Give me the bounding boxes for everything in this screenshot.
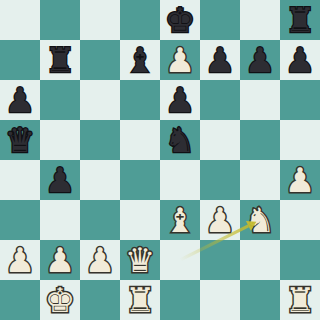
square-h8[interactable]: ♜♜ <box>280 0 320 40</box>
white-knight-glyph: ♞ <box>240 200 280 240</box>
black-knight[interactable]: ♞♞ <box>160 120 200 160</box>
square-e4[interactable] <box>160 160 200 200</box>
black-pawn-glyph: ♟ <box>240 40 280 80</box>
white-rook[interactable]: ♜♜ <box>280 280 320 320</box>
black-pawn[interactable]: ♟♟ <box>240 40 280 80</box>
square-e1[interactable] <box>160 280 200 320</box>
white-pawn[interactable]: ♟♟ <box>40 240 80 280</box>
square-e5[interactable]: ♞♞ <box>160 120 200 160</box>
square-h5[interactable] <box>280 120 320 160</box>
white-pawn-glyph: ♟ <box>200 200 240 240</box>
black-rook-glyph: ♜ <box>40 40 80 80</box>
square-c6[interactable] <box>80 80 120 120</box>
square-f3[interactable]: ♟♟ <box>200 200 240 240</box>
square-h1[interactable]: ♜♜ <box>280 280 320 320</box>
white-king[interactable]: ♚♚ <box>40 280 80 320</box>
black-queen[interactable]: ♛♛ <box>0 120 40 160</box>
square-h7[interactable]: ♟♟ <box>280 40 320 80</box>
black-pawn-glyph: ♟ <box>160 80 200 120</box>
white-pawn-glyph: ♟ <box>280 160 320 200</box>
chess-board: ♚♚♜♜♜♜♝♝♟♟♟♟♟♟♟♟♟♟♟♟♛♛♞♞♟♟♟♟♝♝♟♟♞♞♟♟♟♟♟♟… <box>0 0 320 320</box>
white-pawn[interactable]: ♟♟ <box>80 240 120 280</box>
white-pawn-glyph: ♟ <box>40 240 80 280</box>
black-pawn[interactable]: ♟♟ <box>280 40 320 80</box>
square-b6[interactable] <box>40 80 80 120</box>
square-d4[interactable] <box>120 160 160 200</box>
square-h6[interactable] <box>280 80 320 120</box>
square-f2[interactable] <box>200 240 240 280</box>
square-a1[interactable] <box>0 280 40 320</box>
white-pawn-glyph: ♟ <box>80 240 120 280</box>
square-a3[interactable] <box>0 200 40 240</box>
square-f5[interactable] <box>200 120 240 160</box>
square-g5[interactable] <box>240 120 280 160</box>
square-f7[interactable]: ♟♟ <box>200 40 240 80</box>
black-king-glyph: ♚ <box>160 0 200 40</box>
square-h2[interactable] <box>280 240 320 280</box>
white-pawn[interactable]: ♟♟ <box>0 240 40 280</box>
black-knight-glyph: ♞ <box>160 120 200 160</box>
square-c2[interactable]: ♟♟ <box>80 240 120 280</box>
square-b7[interactable]: ♜♜ <box>40 40 80 80</box>
square-a5[interactable]: ♛♛ <box>0 120 40 160</box>
black-pawn[interactable]: ♟♟ <box>200 40 240 80</box>
white-knight[interactable]: ♞♞ <box>240 200 280 240</box>
square-a8[interactable] <box>0 0 40 40</box>
black-pawn[interactable]: ♟♟ <box>160 80 200 120</box>
white-bishop[interactable]: ♝♝ <box>160 200 200 240</box>
white-queen[interactable]: ♛♛ <box>120 240 160 280</box>
white-queen-glyph: ♛ <box>120 240 160 280</box>
black-rook[interactable]: ♜♜ <box>280 0 320 40</box>
white-pawn[interactable]: ♟♟ <box>280 160 320 200</box>
square-g6[interactable] <box>240 80 280 120</box>
square-c4[interactable] <box>80 160 120 200</box>
square-c8[interactable] <box>80 0 120 40</box>
white-pawn-glyph: ♟ <box>160 40 200 80</box>
square-b5[interactable] <box>40 120 80 160</box>
square-e7[interactable]: ♟♟ <box>160 40 200 80</box>
white-pawn[interactable]: ♟♟ <box>200 200 240 240</box>
white-rook-glyph: ♜ <box>280 280 320 320</box>
square-f6[interactable] <box>200 80 240 120</box>
board-grid: ♚♚♜♜♜♜♝♝♟♟♟♟♟♟♟♟♟♟♟♟♛♛♞♞♟♟♟♟♝♝♟♟♞♞♟♟♟♟♟♟… <box>0 0 320 320</box>
square-f4[interactable] <box>200 160 240 200</box>
black-king[interactable]: ♚♚ <box>160 0 200 40</box>
square-c1[interactable] <box>80 280 120 320</box>
square-e2[interactable] <box>160 240 200 280</box>
black-rook[interactable]: ♜♜ <box>40 40 80 80</box>
square-d6[interactable] <box>120 80 160 120</box>
square-e8[interactable]: ♚♚ <box>160 0 200 40</box>
black-pawn-glyph: ♟ <box>200 40 240 80</box>
black-pawn-glyph: ♟ <box>40 160 80 200</box>
square-b2[interactable]: ♟♟ <box>40 240 80 280</box>
white-rook[interactable]: ♜♜ <box>120 280 160 320</box>
square-d3[interactable] <box>120 200 160 240</box>
black-pawn[interactable]: ♟♟ <box>0 80 40 120</box>
square-a7[interactable] <box>0 40 40 80</box>
square-d2[interactable]: ♛♛ <box>120 240 160 280</box>
square-e3[interactable]: ♝♝ <box>160 200 200 240</box>
white-rook-glyph: ♜ <box>120 280 160 320</box>
square-d5[interactable] <box>120 120 160 160</box>
square-a6[interactable]: ♟♟ <box>0 80 40 120</box>
square-g1[interactable] <box>240 280 280 320</box>
black-pawn-glyph: ♟ <box>0 80 40 120</box>
black-bishop-glyph: ♝ <box>120 40 160 80</box>
square-g2[interactable] <box>240 240 280 280</box>
square-h3[interactable] <box>280 200 320 240</box>
square-g7[interactable]: ♟♟ <box>240 40 280 80</box>
black-rook-glyph: ♜ <box>280 0 320 40</box>
white-pawn[interactable]: ♟♟ <box>160 40 200 80</box>
square-f1[interactable] <box>200 280 240 320</box>
square-c7[interactable] <box>80 40 120 80</box>
square-b3[interactable] <box>40 200 80 240</box>
square-d1[interactable]: ♜♜ <box>120 280 160 320</box>
white-pawn-glyph: ♟ <box>0 240 40 280</box>
square-b1[interactable]: ♚♚ <box>40 280 80 320</box>
square-d8[interactable] <box>120 0 160 40</box>
white-bishop-glyph: ♝ <box>160 200 200 240</box>
black-pawn-glyph: ♟ <box>280 40 320 80</box>
white-king-glyph: ♚ <box>40 280 80 320</box>
square-a4[interactable] <box>0 160 40 200</box>
square-b4[interactable]: ♟♟ <box>40 160 80 200</box>
square-g3[interactable]: ♞♞ <box>240 200 280 240</box>
square-g8[interactable] <box>240 0 280 40</box>
square-c3[interactable] <box>80 200 120 240</box>
black-bishop[interactable]: ♝♝ <box>120 40 160 80</box>
black-queen-glyph: ♛ <box>0 120 40 160</box>
square-f8[interactable] <box>200 0 240 40</box>
square-c5[interactable] <box>80 120 120 160</box>
black-pawn[interactable]: ♟♟ <box>40 160 80 200</box>
square-e6[interactable]: ♟♟ <box>160 80 200 120</box>
square-h4[interactable]: ♟♟ <box>280 160 320 200</box>
square-g4[interactable] <box>240 160 280 200</box>
square-d7[interactable]: ♝♝ <box>120 40 160 80</box>
square-a2[interactable]: ♟♟ <box>0 240 40 280</box>
square-b8[interactable] <box>40 0 80 40</box>
